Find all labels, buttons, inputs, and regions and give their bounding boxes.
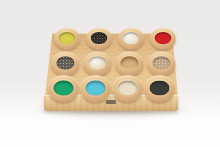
cup-yellow[interactable] xyxy=(54,28,80,50)
disc-white-smooth xyxy=(123,32,140,44)
disc-black-sand xyxy=(91,32,108,44)
cup-ivory-fur[interactable] xyxy=(112,75,143,102)
disc-grey-granite xyxy=(56,56,74,70)
brand-stamp xyxy=(106,100,116,104)
disc-yellow xyxy=(58,32,75,44)
cup-sky-blue[interactable] xyxy=(80,75,111,102)
disc-pearl-white xyxy=(88,56,106,70)
photo-scene xyxy=(0,0,220,147)
disc-sky-blue xyxy=(85,81,105,96)
disc-red xyxy=(155,32,172,44)
disc-beige-glitter xyxy=(153,56,171,70)
cup-grey-granite[interactable] xyxy=(51,51,79,75)
cup-black-sand[interactable] xyxy=(86,28,112,50)
cup-charcoal[interactable] xyxy=(145,75,176,102)
cup-red[interactable] xyxy=(151,28,177,50)
cup-beige-glitter[interactable] xyxy=(148,51,176,75)
disc-ivory-fur xyxy=(118,81,138,96)
cup-white-smooth[interactable] xyxy=(118,28,144,50)
disc-empty-wood xyxy=(120,56,138,70)
disc-green xyxy=(53,81,73,96)
cup-grid xyxy=(47,26,176,100)
cup-empty-wood[interactable] xyxy=(116,51,144,75)
cup-pearl-white[interactable] xyxy=(83,51,111,75)
cup-green[interactable] xyxy=(48,75,79,102)
disc-charcoal xyxy=(150,81,170,96)
